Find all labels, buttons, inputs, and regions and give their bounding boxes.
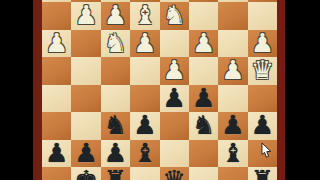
square-h2[interactable] bbox=[42, 2, 71, 30]
black-pawn-d5[interactable]: ♟ bbox=[163, 85, 186, 112]
square-f5[interactable] bbox=[101, 85, 130, 113]
black-knight-f6[interactable]: ♞ bbox=[104, 112, 127, 139]
black-pawn-c5[interactable]: ♟ bbox=[192, 85, 215, 112]
square-g4[interactable] bbox=[71, 57, 100, 85]
white-pawn-e3[interactable]: ♟ bbox=[133, 30, 156, 57]
square-a8[interactable]: ♜ bbox=[248, 167, 277, 180]
square-h7[interactable]: ♟ bbox=[42, 140, 71, 168]
square-g3[interactable] bbox=[71, 30, 100, 58]
white-knight-f3[interactable]: ♞ bbox=[104, 30, 127, 57]
square-c6[interactable]: ♞ bbox=[189, 112, 218, 140]
black-pawn-h7[interactable]: ♟ bbox=[45, 140, 68, 167]
square-e7[interactable]: ♝ bbox=[130, 140, 159, 168]
square-a6[interactable]: ♟ bbox=[248, 112, 277, 140]
black-rook-f8[interactable]: ♜ bbox=[104, 167, 127, 180]
square-c5[interactable]: ♟ bbox=[189, 85, 218, 113]
white-pawn-b4[interactable]: ♟ bbox=[221, 57, 244, 84]
square-e8[interactable] bbox=[130, 167, 159, 180]
white-pawn-f2[interactable]: ♟ bbox=[104, 2, 127, 29]
black-queen-d8[interactable]: ♛ bbox=[163, 167, 186, 180]
chess-board: ♚♜♝♜♟♟♝♞♟♞♟♟♟♟♟♛♟♟♞♟♞♟♟♟♟♟♝♝♚♜♛♜ bbox=[42, 0, 277, 180]
square-f2[interactable]: ♟ bbox=[101, 2, 130, 30]
square-g2[interactable]: ♟ bbox=[71, 2, 100, 30]
square-a2[interactable] bbox=[248, 2, 277, 30]
black-pawn-g7[interactable]: ♟ bbox=[74, 140, 97, 167]
square-e6[interactable]: ♟ bbox=[130, 112, 159, 140]
square-e4[interactable] bbox=[130, 57, 159, 85]
square-d7[interactable] bbox=[160, 140, 189, 168]
square-e5[interactable] bbox=[130, 85, 159, 113]
white-pawn-c3[interactable]: ♟ bbox=[192, 30, 215, 57]
square-h6[interactable] bbox=[42, 112, 71, 140]
square-g5[interactable] bbox=[71, 85, 100, 113]
black-bishop-e7[interactable]: ♝ bbox=[133, 140, 156, 167]
white-queen-a4[interactable]: ♛ bbox=[251, 57, 274, 84]
square-a5[interactable] bbox=[248, 85, 277, 113]
right-letterbox bbox=[285, 0, 320, 180]
square-b2[interactable] bbox=[218, 2, 247, 30]
black-king-g8[interactable]: ♚ bbox=[74, 167, 97, 180]
mouse-cursor-icon bbox=[261, 143, 273, 159]
white-pawn-a3[interactable]: ♟ bbox=[251, 30, 274, 57]
white-knight-d2[interactable]: ♞ bbox=[163, 2, 186, 29]
white-pawn-g2[interactable]: ♟ bbox=[74, 2, 97, 29]
square-h4[interactable] bbox=[42, 57, 71, 85]
square-d4[interactable]: ♟ bbox=[160, 57, 189, 85]
black-bishop-b7[interactable]: ♝ bbox=[221, 140, 244, 167]
square-d3[interactable] bbox=[160, 30, 189, 58]
square-f4[interactable] bbox=[101, 57, 130, 85]
square-c4[interactable] bbox=[189, 57, 218, 85]
chess-app-screen: ♚♜♝♜♟♟♝♞♟♞♟♟♟♟♟♛♟♟♞♟♞♟♟♟♟♟♝♝♚♜♛♜ bbox=[0, 0, 320, 180]
white-pawn-h3[interactable]: ♟ bbox=[45, 30, 68, 57]
square-c2[interactable] bbox=[189, 2, 218, 30]
square-f8[interactable]: ♜ bbox=[101, 167, 130, 180]
square-c3[interactable]: ♟ bbox=[189, 30, 218, 58]
square-a3[interactable]: ♟ bbox=[248, 30, 277, 58]
square-f6[interactable]: ♞ bbox=[101, 112, 130, 140]
square-b5[interactable] bbox=[218, 85, 247, 113]
left-letterbox bbox=[0, 0, 33, 180]
square-e2[interactable]: ♝ bbox=[130, 2, 159, 30]
square-b4[interactable]: ♟ bbox=[218, 57, 247, 85]
black-pawn-f7[interactable]: ♟ bbox=[104, 140, 127, 167]
black-knight-c6[interactable]: ♞ bbox=[192, 112, 215, 139]
black-pawn-a6[interactable]: ♟ bbox=[251, 112, 274, 139]
square-a4[interactable]: ♛ bbox=[248, 57, 277, 85]
square-g7[interactable]: ♟ bbox=[71, 140, 100, 168]
square-b7[interactable]: ♝ bbox=[218, 140, 247, 168]
square-c8[interactable] bbox=[189, 167, 218, 180]
square-c7[interactable] bbox=[189, 140, 218, 168]
square-g6[interactable] bbox=[71, 112, 100, 140]
black-pawn-e6[interactable]: ♟ bbox=[133, 112, 156, 139]
square-b3[interactable] bbox=[218, 30, 247, 58]
square-e3[interactable]: ♟ bbox=[130, 30, 159, 58]
square-d6[interactable] bbox=[160, 112, 189, 140]
black-rook-a8[interactable]: ♜ bbox=[251, 167, 274, 180]
square-g8[interactable]: ♚ bbox=[71, 167, 100, 180]
square-h5[interactable] bbox=[42, 85, 71, 113]
square-h8[interactable] bbox=[42, 167, 71, 180]
white-bishop-e2[interactable]: ♝ bbox=[133, 2, 156, 29]
square-d2[interactable]: ♞ bbox=[160, 2, 189, 30]
square-h3[interactable]: ♟ bbox=[42, 30, 71, 58]
square-f3[interactable]: ♞ bbox=[101, 30, 130, 58]
square-d5[interactable]: ♟ bbox=[160, 85, 189, 113]
black-pawn-b6[interactable]: ♟ bbox=[221, 112, 244, 139]
square-d8[interactable]: ♛ bbox=[160, 167, 189, 180]
square-f7[interactable]: ♟ bbox=[101, 140, 130, 168]
white-pawn-d4[interactable]: ♟ bbox=[163, 57, 186, 84]
square-b6[interactable]: ♟ bbox=[218, 112, 247, 140]
square-b8[interactable] bbox=[218, 167, 247, 180]
